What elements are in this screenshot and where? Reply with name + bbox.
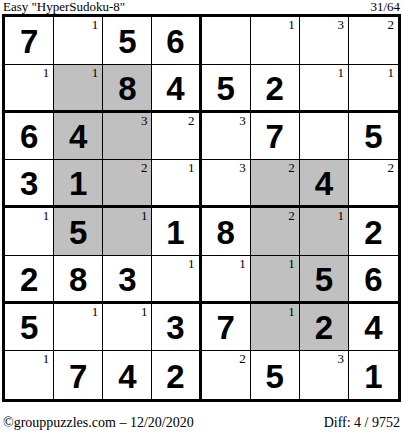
cell-r6c4[interactable]: 1 [152,256,201,304]
cell-r6c5[interactable]: 1 [202,256,251,304]
cell-r7c8[interactable]: 4 [349,304,398,352]
pencil-mark: 1 [188,161,195,175]
cell-r2c1[interactable]: 1 [5,65,54,113]
pencil-mark: 1 [141,209,148,223]
pencil-mark: 1 [43,352,50,366]
cell-r1c6[interactable]: 1 [251,17,300,65]
cell-value: 6 [364,261,382,296]
cell-value: 8 [118,70,136,105]
pencil-mark: 1 [92,18,99,32]
cell-value: 4 [118,358,136,393]
cell-r1c1[interactable]: 7 [5,17,54,65]
cell-r6c2[interactable]: 8 [54,256,103,304]
cell-r3c7[interactable] [300,113,349,161]
pencil-mark: 1 [43,66,50,80]
cell-value: 2 [20,261,38,296]
cell-value: 5 [315,261,333,296]
cell-r5c5[interactable]: 8 [202,208,251,256]
pencil-mark: 1 [388,66,395,80]
cell-r4c4[interactable]: 1 [152,160,201,208]
difficulty-label: Diff: 4 / 9752 [324,415,400,431]
cell-r5c2[interactable]: 5 [54,208,103,256]
cell-value: 6 [166,23,184,58]
cell-r8c2[interactable]: 7 [54,351,103,399]
cell-value: 4 [364,309,382,344]
cell-r5c4[interactable]: 1 [152,208,201,256]
cell-r5c8[interactable]: 2 [349,208,398,256]
cell-r6c1[interactable]: 2 [5,256,54,304]
cell-r3c8[interactable]: 5 [349,113,398,161]
cell-value: 7 [69,358,87,393]
cell-r4c1[interactable]: 3 [5,160,54,208]
header: Easy "HyperSudoku-8" 31/64 [3,0,400,14]
cell-r2c3[interactable]: 8 [103,65,152,113]
cell-r1c3[interactable]: 5 [103,17,152,65]
cell-value: 4 [69,118,87,153]
cell-r2c8[interactable]: 1 [349,65,398,113]
cell-r4c8[interactable]: 2 [349,160,398,208]
cell-value: 8 [216,214,234,249]
cell-value: 6 [20,118,38,153]
sudoku-board: 7156132118452116432375312132421511821228… [2,14,401,402]
cell-r4c3[interactable]: 2 [103,160,152,208]
pencil-mark: 3 [337,352,344,366]
pencil-mark: 1 [337,66,344,80]
cell-counter: 31/64 [370,0,400,14]
cell-r8c1[interactable]: 1 [5,351,54,399]
cell-r6c3[interactable]: 3 [103,256,152,304]
cell-r4c5[interactable]: 3 [202,160,251,208]
cell-value: 7 [266,118,284,153]
cell-value: 5 [364,118,382,153]
cell-r8c6[interactable]: 5 [251,351,300,399]
cell-value: 5 [69,214,87,249]
copyright-date: ©grouppuzzles.com – 12/20/2020 [3,415,194,431]
pencil-mark: 1 [141,305,148,319]
cell-r8c4[interactable]: 2 [152,351,201,399]
pencil-mark: 2 [388,161,395,175]
cell-r7c4[interactable]: 3 [152,304,201,352]
cell-value: 1 [166,214,184,249]
cell-r1c5[interactable] [202,17,251,65]
footer: ©grouppuzzles.com – 12/20/2020 Diff: 4 /… [3,415,400,431]
cell-value: 2 [315,309,333,344]
cell-r7c2[interactable]: 1 [54,304,103,352]
cell-value: 1 [69,165,87,200]
cell-r6c6[interactable]: 1 [251,256,300,304]
pencil-mark: 1 [288,305,295,319]
cell-r2c2[interactable]: 1 [54,65,103,113]
cell-value: 5 [266,358,284,393]
cell-r2c6[interactable]: 2 [251,65,300,113]
cell-r7c5[interactable]: 7 [202,304,251,352]
pencil-mark: 2 [288,161,295,175]
cell-r6c8[interactable]: 6 [349,256,398,304]
pencil-mark: 1 [43,209,50,223]
pencil-mark: 2 [188,114,195,128]
pencil-mark: 3 [337,18,344,32]
pencil-mark: 1 [288,18,295,32]
cell-value: 5 [118,23,136,58]
cell-r7c1[interactable]: 5 [5,304,54,352]
cell-value: 4 [315,165,333,200]
cell-r7c3[interactable]: 1 [103,304,152,352]
cell-value: 7 [20,23,38,58]
cell-r8c7[interactable]: 3 [300,351,349,399]
cell-r3c5[interactable]: 3 [202,113,251,161]
cell-r8c5[interactable]: 2 [202,351,251,399]
cell-r3c1[interactable]: 6 [5,113,54,161]
cell-r4c6[interactable]: 2 [251,160,300,208]
cell-r1c8[interactable]: 2 [349,17,398,65]
cell-value: 8 [69,261,87,296]
pencil-mark: 2 [239,352,246,366]
cell-r1c2[interactable]: 1 [54,17,103,65]
cell-r6c7[interactable]: 5 [300,256,349,304]
pencil-mark: 1 [288,257,295,271]
cell-value: 3 [20,165,38,200]
pencil-mark: 3 [239,114,246,128]
pencil-mark: 1 [239,257,246,271]
cell-value: 2 [166,358,184,393]
cell-r1c4[interactable]: 6 [152,17,201,65]
cell-r3c6[interactable]: 7 [251,113,300,161]
pencil-mark: 2 [388,18,395,32]
cell-r2c4[interactable]: 4 [152,65,201,113]
cell-value: 7 [216,309,234,344]
cell-r4c2[interactable]: 1 [54,160,103,208]
cell-r5c3[interactable]: 1 [103,208,152,256]
cell-r5c6[interactable]: 2 [251,208,300,256]
cell-r3c4[interactable]: 2 [152,113,201,161]
pencil-mark: 2 [141,161,148,175]
cell-value: 1 [364,358,382,393]
puzzle-title: Easy "HyperSudoku-8" [3,0,125,14]
cell-value: 4 [166,70,184,105]
cell-r4c7[interactable]: 4 [300,160,349,208]
cell-r7c6[interactable]: 1 [251,304,300,352]
cell-value: 5 [20,309,38,344]
cell-value: 2 [266,70,284,105]
cell-r1c7[interactable]: 3 [300,17,349,65]
cell-r3c2[interactable]: 4 [54,113,103,161]
cell-r8c3[interactable]: 4 [103,351,152,399]
cell-r5c7[interactable]: 1 [300,208,349,256]
pencil-mark: 3 [239,161,246,175]
cell-r8c8[interactable]: 1 [349,351,398,399]
pencil-mark: 1 [337,209,344,223]
pencil-mark: 1 [92,305,99,319]
pencil-mark: 1 [188,257,195,271]
cell-value: 5 [216,70,234,105]
pencil-mark: 1 [92,66,99,80]
cell-value: 3 [118,261,136,296]
cell-value: 3 [166,309,184,344]
cell-r5c1[interactable]: 1 [5,208,54,256]
cell-r2c5[interactable]: 5 [202,65,251,113]
cell-r2c7[interactable]: 1 [300,65,349,113]
cell-r3c3[interactable]: 3 [103,113,152,161]
pencil-mark: 2 [288,209,295,223]
cell-value: 2 [364,214,382,249]
pencil-mark: 3 [141,114,148,128]
cell-r7c7[interactable]: 2 [300,304,349,352]
